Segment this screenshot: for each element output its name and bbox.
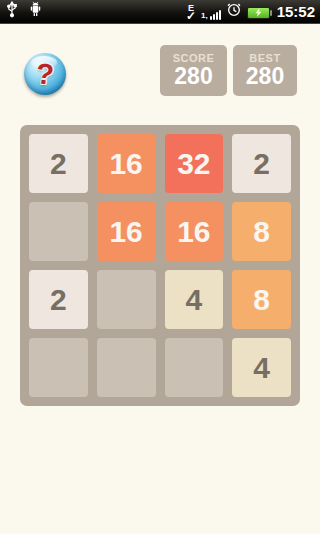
empty-cell-r2c1	[29, 202, 88, 261]
tile-2-r1c4: 2	[232, 134, 291, 193]
tile-16-r2c3: 16	[165, 202, 224, 261]
tile-4-r4c4: 4	[232, 338, 291, 397]
network-check-glyph: ✓	[186, 10, 196, 22]
clock-time: 15:52	[277, 0, 315, 24]
tile-16-r2c2: 16	[97, 202, 156, 261]
score-box: SCORE 280	[160, 45, 227, 96]
empty-cell-r3c2	[97, 270, 156, 329]
status-bar[interactable]: E ✓ 1, 15:52	[0, 0, 320, 24]
board[interactable]: 216322161682484	[20, 125, 300, 406]
empty-cell-r4c1	[29, 338, 88, 397]
best-box: BEST 280	[233, 45, 297, 96]
usb-icon	[5, 1, 19, 22]
tile-4-r3c3: 4	[165, 270, 224, 329]
edge-network-icon: E ✓	[186, 4, 196, 22]
alarm-icon	[226, 1, 242, 24]
empty-cell-r4c3	[165, 338, 224, 397]
tile-2-r3c1: 2	[29, 270, 88, 329]
question-mark-icon: ?	[35, 59, 56, 90]
empty-cell-r4c2	[97, 338, 156, 397]
battery-charging-icon	[247, 7, 270, 19]
status-bar-right: E ✓ 1, 15:52	[186, 0, 315, 24]
tile-32-r1c3: 32	[165, 134, 224, 193]
tile-8-r3c4: 8	[232, 270, 291, 329]
best-value: 280	[246, 64, 284, 89]
status-bar-left	[5, 1, 43, 22]
android-debug-icon	[28, 1, 43, 22]
tile-16-r1c2: 16	[97, 134, 156, 193]
score-value: 280	[174, 64, 212, 89]
help-button[interactable]: ?	[24, 53, 66, 95]
tile-8-r2c4: 8	[232, 202, 291, 261]
tile-2-r1c1: 2	[29, 134, 88, 193]
signal-prefix-label: 1,	[201, 12, 208, 20]
signal-strength-icon: 1,	[201, 10, 221, 24]
